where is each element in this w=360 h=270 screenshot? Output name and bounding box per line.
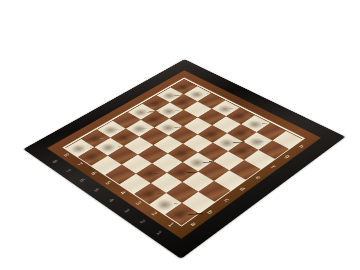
board-frame-line: ♜♟♝♜♟♞♟♟♟♝♟♟♛♟♚♝♛♟♟♞♝♟♞♞♟♟♜♟♜♟♚ <box>62 78 305 227</box>
chess-board-grid: ♜♟♝♜♟♞♟♟♟♝♟♟♛♟♚♝♛♟♟♞♝♟♞♞♟♟♜♟♜♟♚ <box>65 80 303 226</box>
chess-board-frame: 87654321 hgfedcba 87654321 ♜♟♝♜♟♞♟♟♟♝♟♟♛… <box>47 70 321 239</box>
camera-roll-wrapper: 87654321 hgfedcba 87654321 ♜♟♝♜♟♞♟♟♟♝♟♟♛… <box>0 0 360 270</box>
product-photo-canvas: 87654321 hgfedcba 87654321 ♜♟♝♜♟♞♟♟♟♝♟♟♛… <box>0 0 360 270</box>
chess-board-rim: 87654321 hgfedcba 87654321 ♜♟♝♜♟♞♟♟♟♝♟♟♛… <box>23 59 345 259</box>
square-f3: ♛ <box>213 133 243 151</box>
